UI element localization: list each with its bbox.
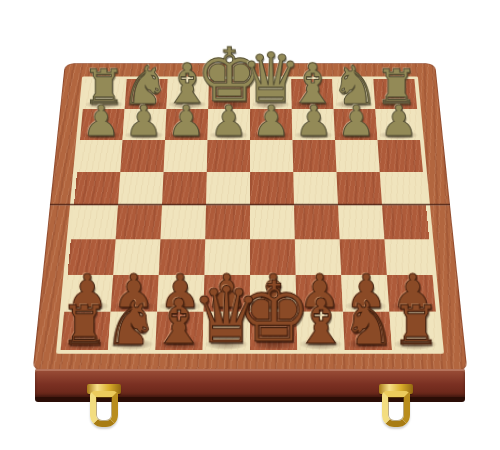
fold-seam <box>50 204 450 206</box>
piece-brass-pawn[interactable]: ♟ <box>125 101 163 141</box>
piece-brass-pawn[interactable]: ♟ <box>210 101 248 141</box>
square-a4[interactable] <box>71 205 118 239</box>
square-d5[interactable] <box>206 172 250 205</box>
right-latch <box>379 384 413 430</box>
square-g6[interactable] <box>335 140 380 172</box>
square-f1[interactable]: ♝ <box>296 312 344 350</box>
piece-copper-knight[interactable]: ♞ <box>104 295 158 352</box>
square-a6[interactable] <box>77 140 122 172</box>
piece-brass-pawn[interactable]: ♟ <box>380 101 418 141</box>
piece-brass-pawn[interactable]: ♟ <box>295 101 333 141</box>
board-inner-border: ♜♞♝♚♛♝♞♜♟♟♟♟♟♟♟♟♟♟♟♟♟♟♟♟♜♞♝♛♚♝♞♜ <box>56 76 444 353</box>
square-h5[interactable] <box>380 172 426 205</box>
piece-copper-rook[interactable]: ♜ <box>392 301 440 352</box>
square-f7[interactable]: ♟ <box>292 109 335 140</box>
square-a7[interactable]: ♟ <box>80 109 125 140</box>
latch-loop-icon <box>90 391 118 427</box>
square-g5[interactable] <box>336 172 382 205</box>
square-f6[interactable] <box>292 140 336 172</box>
square-b4[interactable] <box>116 205 162 239</box>
square-h4[interactable] <box>382 205 429 239</box>
piece-brass-pawn[interactable]: ♟ <box>167 101 205 141</box>
square-e6[interactable] <box>250 140 293 172</box>
square-d7[interactable]: ♟ <box>208 109 250 140</box>
square-g4[interactable] <box>338 205 384 239</box>
square-a1[interactable]: ♜ <box>61 312 111 350</box>
square-f4[interactable] <box>294 205 340 239</box>
square-d6[interactable] <box>207 140 250 172</box>
square-b6[interactable] <box>120 140 165 172</box>
piece-copper-knight[interactable]: ♞ <box>341 295 395 352</box>
square-c5[interactable] <box>162 172 207 205</box>
board-frame: ♜♞♝♚♛♝♞♜♟♟♟♟♟♟♟♟♟♟♟♟♟♟♟♟♜♞♝♛♚♝♞♜ <box>33 63 468 371</box>
square-c6[interactable] <box>164 140 208 172</box>
square-a5[interactable] <box>74 172 120 205</box>
piece-brass-pawn[interactable]: ♟ <box>82 101 120 141</box>
square-h6[interactable] <box>377 140 422 172</box>
left-latch <box>87 384 121 430</box>
square-h7[interactable]: ♟ <box>375 109 420 140</box>
chess-board-grid: ♜♞♝♚♛♝♞♜♟♟♟♟♟♟♟♟♟♟♟♟♟♟♟♟♜♞♝♛♚♝♞♜ <box>61 79 440 350</box>
square-e4[interactable] <box>250 205 295 239</box>
board-scene: ♜♞♝♚♛♝♞♜♟♟♟♟♟♟♟♟♟♟♟♟♟♟♟♟♜♞♝♛♚♝♞♜ <box>50 5 450 405</box>
piece-copper-queen[interactable]: ♛ <box>192 278 262 352</box>
square-b1[interactable]: ♞ <box>108 312 157 350</box>
square-c4[interactable] <box>160 205 206 239</box>
piece-brass-pawn[interactable]: ♟ <box>337 101 375 141</box>
square-d1[interactable]: ♛ <box>203 312 250 350</box>
square-b5[interactable] <box>118 172 164 205</box>
latch-loop-icon <box>382 391 410 427</box>
square-d4[interactable] <box>205 205 250 239</box>
square-c7[interactable]: ♟ <box>165 109 208 140</box>
square-g7[interactable]: ♟ <box>334 109 378 140</box>
square-h1[interactable]: ♜ <box>389 312 439 350</box>
piece-copper-rook[interactable]: ♜ <box>60 301 108 352</box>
piece-brass-pawn[interactable]: ♟ <box>252 101 290 141</box>
square-e5[interactable] <box>250 172 294 205</box>
square-g1[interactable]: ♞ <box>343 312 392 350</box>
square-b7[interactable]: ♟ <box>123 109 167 140</box>
product-photo: ♜♞♝♚♛♝♞♜♟♟♟♟♟♟♟♟♟♟♟♟♟♟♟♟♜♞♝♛♚♝♞♜ <box>0 0 500 450</box>
square-f5[interactable] <box>293 172 338 205</box>
square-e7[interactable]: ♟ <box>250 109 292 140</box>
